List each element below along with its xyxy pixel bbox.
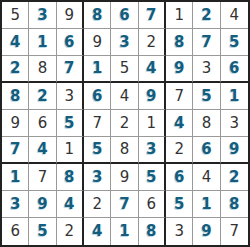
- cell-r1c3-given[interactable]: 9: [57, 2, 84, 29]
- cell-r7c1-solved[interactable]: 1: [2, 164, 29, 191]
- cell-r8c3-solved[interactable]: 4: [57, 191, 84, 218]
- cell-r5c5-given[interactable]: 2: [111, 110, 138, 137]
- cell-r8c8-solved[interactable]: 1: [193, 191, 220, 218]
- cell-r7c7-solved[interactable]: 6: [166, 164, 193, 191]
- cell-r6c4-solved[interactable]: 5: [84, 137, 111, 164]
- cell-r2c3-solved[interactable]: 6: [57, 29, 84, 56]
- cell-r2c1-solved[interactable]: 4: [2, 29, 29, 56]
- cell-r7c5-given[interactable]: 9: [111, 164, 138, 191]
- cell-r8c2-solved[interactable]: 9: [29, 191, 56, 218]
- cell-r6c9-solved[interactable]: 9: [221, 137, 248, 164]
- cell-r5c3-solved[interactable]: 5: [57, 110, 84, 137]
- cell-r3c3-solved[interactable]: 7: [57, 56, 84, 83]
- cell-r1c8-solved[interactable]: 2: [193, 2, 220, 29]
- cell-r9c7-given[interactable]: 3: [166, 218, 193, 245]
- cell-r9c6-solved[interactable]: 8: [139, 218, 166, 245]
- cell-r9c8-solved[interactable]: 9: [193, 218, 220, 245]
- cell-r9c5-solved[interactable]: 1: [111, 218, 138, 245]
- cell-r2c9-solved[interactable]: 5: [221, 29, 248, 56]
- cell-r3c5-given[interactable]: 5: [111, 56, 138, 83]
- cell-r3c9-solved[interactable]: 6: [221, 56, 248, 83]
- cell-r5c2-given[interactable]: 6: [29, 110, 56, 137]
- cell-r8c4-given[interactable]: 2: [84, 191, 111, 218]
- cell-r4c4-solved[interactable]: 6: [84, 83, 111, 110]
- cell-r7c3-solved[interactable]: 8: [57, 164, 84, 191]
- cell-r1c4-solved[interactable]: 8: [84, 2, 111, 29]
- cell-r4c7-given[interactable]: 7: [166, 83, 193, 110]
- cell-r9c2-solved[interactable]: 5: [29, 218, 56, 245]
- cell-r5c7-solved[interactable]: 4: [166, 110, 193, 137]
- cell-r3c7-solved[interactable]: 9: [166, 56, 193, 83]
- cell-r5c8-given[interactable]: 8: [193, 110, 220, 137]
- cell-r8c1-solved[interactable]: 3: [2, 191, 29, 218]
- cell-r7c4-solved[interactable]: 3: [84, 164, 111, 191]
- cell-r3c6-solved[interactable]: 4: [139, 56, 166, 83]
- cell-r6c5-given[interactable]: 8: [111, 137, 138, 164]
- cell-r2c8-solved[interactable]: 7: [193, 29, 220, 56]
- cell-r1c2-solved[interactable]: 3: [29, 2, 56, 29]
- cell-r3c1-solved[interactable]: 2: [2, 56, 29, 83]
- cell-r8c6-given[interactable]: 6: [139, 191, 166, 218]
- cell-r5c4-given[interactable]: 7: [84, 110, 111, 137]
- cell-r6c6-solved[interactable]: 3: [139, 137, 166, 164]
- cell-r4c9-solved[interactable]: 1: [221, 83, 248, 110]
- cell-r2c6-given[interactable]: 2: [139, 29, 166, 56]
- cell-r7c6-solved[interactable]: 5: [139, 164, 166, 191]
- cell-r4c6-solved[interactable]: 9: [139, 83, 166, 110]
- cell-r1c6-solved[interactable]: 7: [139, 2, 166, 29]
- cell-r3c4-solved[interactable]: 1: [84, 56, 111, 83]
- cell-r5c1-given[interactable]: 9: [2, 110, 29, 137]
- cell-r8c9-solved[interactable]: 8: [221, 191, 248, 218]
- cell-r4c8-solved[interactable]: 5: [193, 83, 220, 110]
- cell-r8c5-solved[interactable]: 7: [111, 191, 138, 218]
- cell-r5c6-given[interactable]: 1: [139, 110, 166, 137]
- cell-r9c9-given[interactable]: 7: [221, 218, 248, 245]
- cell-r4c3-given[interactable]: 3: [57, 83, 84, 110]
- cell-r6c3-given[interactable]: 1: [57, 137, 84, 164]
- sudoku-board: 5398671244169328752871549368236497519657…: [0, 0, 250, 247]
- cell-r3c2-given[interactable]: 8: [29, 56, 56, 83]
- cell-r6c2-solved[interactable]: 4: [29, 137, 56, 164]
- cell-r5c9-given[interactable]: 3: [221, 110, 248, 137]
- cell-r1c9-given[interactable]: 4: [221, 2, 248, 29]
- cell-r2c7-solved[interactable]: 8: [166, 29, 193, 56]
- cell-r6c8-solved[interactable]: 6: [193, 137, 220, 164]
- cell-r1c1-given[interactable]: 5: [2, 2, 29, 29]
- cell-r9c1-given[interactable]: 6: [2, 218, 29, 245]
- cell-r9c4-solved[interactable]: 4: [84, 218, 111, 245]
- cell-r1c7-given[interactable]: 1: [166, 2, 193, 29]
- cell-r9c3-given[interactable]: 2: [57, 218, 84, 245]
- cell-r3c8-given[interactable]: 3: [193, 56, 220, 83]
- cell-r2c5-solved[interactable]: 3: [111, 29, 138, 56]
- cell-r6c7-given[interactable]: 2: [166, 137, 193, 164]
- cell-r7c9-solved[interactable]: 2: [221, 164, 248, 191]
- cell-r1c5-solved[interactable]: 6: [111, 2, 138, 29]
- cell-r8c7-solved[interactable]: 5: [166, 191, 193, 218]
- cell-r7c8-given[interactable]: 4: [193, 164, 220, 191]
- cell-r6c1-solved[interactable]: 7: [2, 137, 29, 164]
- cell-r7c2-given[interactable]: 7: [29, 164, 56, 191]
- cell-r2c2-solved[interactable]: 1: [29, 29, 56, 56]
- cell-r4c1-solved[interactable]: 8: [2, 83, 29, 110]
- cell-r4c2-solved[interactable]: 2: [29, 83, 56, 110]
- cell-r2c4-given[interactable]: 9: [84, 29, 111, 56]
- cell-r4c5-given[interactable]: 4: [111, 83, 138, 110]
